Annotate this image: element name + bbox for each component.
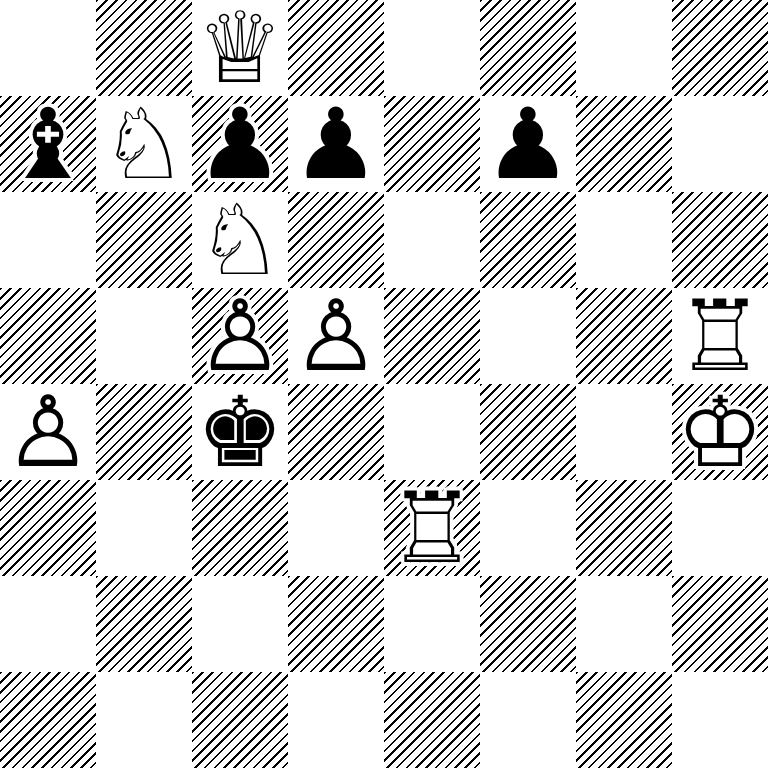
piece-white-pawn[interactable]: ♟♙	[192, 288, 288, 384]
square-f5[interactable]	[480, 288, 576, 384]
square-e7[interactable]	[384, 96, 480, 192]
square-a5[interactable]	[0, 288, 96, 384]
square-h8[interactable]	[672, 0, 768, 96]
square-a6[interactable]	[0, 192, 96, 288]
piece-glyph: ♙	[196, 288, 284, 384]
square-g4[interactable]	[576, 384, 672, 480]
piece-glyph: ♙	[292, 288, 380, 384]
piece-glyph: ♟	[484, 96, 572, 192]
square-f6[interactable]	[480, 192, 576, 288]
square-c4[interactable]: ♚♚	[192, 384, 288, 480]
square-f2[interactable]	[480, 576, 576, 672]
square-d8[interactable]	[288, 0, 384, 96]
piece-glyph: ♖	[388, 480, 476, 576]
square-e3[interactable]: ♜♖	[384, 480, 480, 576]
square-c3[interactable]	[192, 480, 288, 576]
square-b2[interactable]	[96, 576, 192, 672]
square-g2[interactable]	[576, 576, 672, 672]
square-e2[interactable]	[384, 576, 480, 672]
square-f3[interactable]	[480, 480, 576, 576]
piece-glyph: ♟	[292, 96, 380, 192]
square-f8[interactable]	[480, 0, 576, 96]
piece-white-queen[interactable]: ♛♕	[192, 0, 288, 96]
piece-glyph: ♘	[100, 96, 188, 192]
square-b4[interactable]	[96, 384, 192, 480]
piece-black-pawn[interactable]: ♟♟	[288, 96, 384, 192]
piece-glyph: ♖	[676, 288, 764, 384]
piece-white-king[interactable]: ♚♔	[672, 384, 768, 480]
square-e5[interactable]	[384, 288, 480, 384]
square-a3[interactable]	[0, 480, 96, 576]
square-g5[interactable]	[576, 288, 672, 384]
square-f4[interactable]	[480, 384, 576, 480]
square-b5[interactable]	[96, 288, 192, 384]
square-b7[interactable]: ♞♘	[96, 96, 192, 192]
square-a1[interactable]	[0, 672, 96, 768]
square-a2[interactable]	[0, 576, 96, 672]
square-g3[interactable]	[576, 480, 672, 576]
square-g7[interactable]	[576, 96, 672, 192]
piece-white-rook[interactable]: ♜♖	[384, 480, 480, 576]
square-d1[interactable]	[288, 672, 384, 768]
piece-glyph: ♔	[676, 384, 764, 480]
piece-glyph: ♘	[196, 192, 284, 288]
square-h3[interactable]	[672, 480, 768, 576]
square-c1[interactable]	[192, 672, 288, 768]
square-d2[interactable]	[288, 576, 384, 672]
piece-white-pawn[interactable]: ♟♙	[288, 288, 384, 384]
square-h1[interactable]	[672, 672, 768, 768]
square-h6[interactable]	[672, 192, 768, 288]
piece-white-knight[interactable]: ♞♘	[192, 192, 288, 288]
piece-white-pawn[interactable]: ♟♙	[0, 384, 96, 480]
piece-glyph: ♕	[196, 0, 284, 96]
square-d4[interactable]	[288, 384, 384, 480]
square-a8[interactable]	[0, 0, 96, 96]
piece-glyph: ♟	[196, 96, 284, 192]
piece-black-pawn[interactable]: ♟♟	[192, 96, 288, 192]
square-c6[interactable]: ♞♘	[192, 192, 288, 288]
square-a4[interactable]: ♟♙	[0, 384, 96, 480]
piece-white-knight[interactable]: ♞♘	[96, 96, 192, 192]
square-h5[interactable]: ♜♖	[672, 288, 768, 384]
square-d6[interactable]	[288, 192, 384, 288]
square-d5[interactable]: ♟♙	[288, 288, 384, 384]
square-b6[interactable]	[96, 192, 192, 288]
square-e1[interactable]	[384, 672, 480, 768]
square-c8[interactable]: ♛♕	[192, 0, 288, 96]
piece-glyph: ♙	[4, 384, 92, 480]
square-b1[interactable]	[96, 672, 192, 768]
piece-glyph: ♝	[4, 96, 92, 192]
piece-black-pawn[interactable]: ♟♟	[480, 96, 576, 192]
square-h2[interactable]	[672, 576, 768, 672]
square-d3[interactable]	[288, 480, 384, 576]
square-e8[interactable]	[384, 0, 480, 96]
square-h4[interactable]: ♚♔	[672, 384, 768, 480]
piece-black-king[interactable]: ♚♚	[192, 384, 288, 480]
square-f1[interactable]	[480, 672, 576, 768]
square-g6[interactable]	[576, 192, 672, 288]
square-c2[interactable]	[192, 576, 288, 672]
piece-black-bishop[interactable]: ♝♝	[0, 96, 96, 192]
chess-board: ♛♕♝♝♞♘♟♟♟♟♟♟♞♘♟♙♟♙♜♖♟♙♚♚♚♔♜♖	[0, 0, 768, 768]
square-f7[interactable]: ♟♟	[480, 96, 576, 192]
square-c5[interactable]: ♟♙	[192, 288, 288, 384]
square-a7[interactable]: ♝♝	[0, 96, 96, 192]
square-c7[interactable]: ♟♟	[192, 96, 288, 192]
square-g1[interactable]	[576, 672, 672, 768]
square-h7[interactable]	[672, 96, 768, 192]
square-e6[interactable]	[384, 192, 480, 288]
square-d7[interactable]: ♟♟	[288, 96, 384, 192]
piece-white-rook[interactable]: ♜♖	[672, 288, 768, 384]
square-b8[interactable]	[96, 0, 192, 96]
square-e4[interactable]	[384, 384, 480, 480]
piece-glyph: ♚	[196, 384, 284, 480]
square-g8[interactable]	[576, 0, 672, 96]
square-b3[interactable]	[96, 480, 192, 576]
